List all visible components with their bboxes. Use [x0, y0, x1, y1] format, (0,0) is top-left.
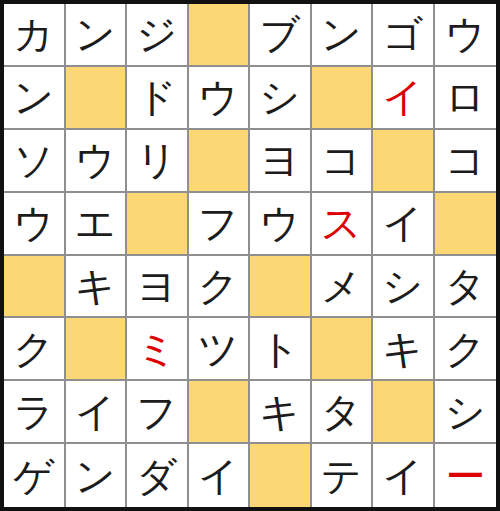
katakana-letter: ウ — [198, 77, 239, 117]
blocked-cell-r8c5 — [250, 444, 312, 507]
grid-cell-r7c2[interactable]: イ — [66, 381, 128, 444]
katakana-letter: ン — [75, 456, 116, 496]
katakana-letter: シ — [445, 392, 486, 432]
grid-cell-r1c7[interactable]: ゴ — [373, 4, 435, 67]
grid-cell-r6c4[interactable]: ツ — [189, 318, 251, 381]
katakana-letter: エ — [75, 203, 116, 243]
grid-cell-r4c4[interactable]: フ — [189, 193, 251, 256]
grid-cell-r6c7[interactable]: キ — [373, 318, 435, 381]
grid-cell-r1c2[interactable]: ン — [66, 4, 128, 67]
katakana-letter: ソ — [13, 140, 54, 180]
blocked-cell-r7c4 — [189, 381, 251, 444]
grid-cell-r2c7[interactable]: イ — [373, 67, 435, 130]
grid-cell-r5c2[interactable]: キ — [66, 256, 128, 319]
katakana-letter: ウ — [13, 203, 54, 243]
grid-cell-r1c8[interactable]: ウ — [435, 4, 497, 67]
katakana-letter: ン — [321, 14, 362, 54]
katakana-letter: ラ — [13, 392, 54, 432]
katakana-letter: ク — [445, 329, 486, 369]
grid-cell-r1c6[interactable]: ン — [312, 4, 374, 67]
grid-cell-r7c8[interactable]: シ — [435, 381, 497, 444]
blocked-cell-r6c2 — [66, 318, 128, 381]
katakana-letter: ゲ — [13, 456, 54, 496]
katakana-letter: ダ — [136, 456, 177, 496]
grid-cell-r8c3[interactable]: ダ — [127, 444, 189, 507]
katakana-letter: ゴ — [382, 14, 423, 54]
katakana-letter: シ — [259, 77, 300, 117]
katakana-letter: ク — [13, 329, 54, 369]
grid-cell-r5c4[interactable]: ク — [189, 256, 251, 319]
katakana-letter: キ — [259, 392, 300, 432]
katakana-letter: フ — [136, 392, 177, 432]
blocked-cell-r5c5 — [250, 256, 312, 319]
grid-cell-r1c5[interactable]: ブ — [250, 4, 312, 67]
grid-cell-r8c2[interactable]: ン — [66, 444, 128, 507]
grid-cell-r3c2[interactable]: ウ — [66, 130, 128, 193]
katakana-letter: リ — [136, 140, 177, 180]
grid-cell-r1c3[interactable]: ジ — [127, 4, 189, 67]
grid-cell-r4c6[interactable]: ス — [312, 193, 374, 256]
katakana-letter: ウ — [445, 14, 486, 54]
grid-cell-r4c7[interactable]: イ — [373, 193, 435, 256]
grid-cell-r2c4[interactable]: ウ — [189, 67, 251, 130]
grid-cell-r7c3[interactable]: フ — [127, 381, 189, 444]
katakana-letter: タ — [445, 266, 486, 306]
grid-cell-r7c5[interactable]: キ — [250, 381, 312, 444]
grid-cell-r6c8[interactable]: ク — [435, 318, 497, 381]
grid-cell-r2c8[interactable]: ロ — [435, 67, 497, 130]
grid-cell-r3c3[interactable]: リ — [127, 130, 189, 193]
grid-cell-r2c1[interactable]: ン — [4, 67, 66, 130]
katakana-letter: ミ — [136, 329, 177, 369]
katakana-letter: イ — [75, 392, 116, 432]
katakana-letter: イ — [382, 456, 423, 496]
katakana-letter: イ — [198, 456, 239, 496]
katakana-letter: ロ — [445, 77, 486, 117]
katakana-letter: ド — [136, 77, 177, 117]
grid-cell-r3c8[interactable]: コ — [435, 130, 497, 193]
grid-cell-r5c3[interactable]: ヨ — [127, 256, 189, 319]
katakana-letter: イ — [382, 203, 423, 243]
katakana-letter: ン — [75, 14, 116, 54]
katakana-letter: ス — [321, 203, 362, 243]
grid-cell-r6c1[interactable]: ク — [4, 318, 66, 381]
grid-cell-r8c4[interactable]: イ — [189, 444, 251, 507]
grid-cell-r2c3[interactable]: ド — [127, 67, 189, 130]
grid-cell-r3c1[interactable]: ソ — [4, 130, 66, 193]
grid-cell-r6c5[interactable]: ト — [250, 318, 312, 381]
katakana-letter: ー — [445, 456, 485, 496]
katakana-letter: ブ — [259, 14, 300, 54]
grid-cell-r5c6[interactable]: メ — [312, 256, 374, 319]
katakana-letter: イ — [382, 77, 423, 117]
grid-cell-r8c6[interactable]: テ — [312, 444, 374, 507]
katakana-letter: フ — [198, 203, 239, 243]
grid-cell-r8c7[interactable]: イ — [373, 444, 435, 507]
blocked-cell-r4c3 — [127, 193, 189, 256]
grid-cell-r3c5[interactable]: ヨ — [250, 130, 312, 193]
katakana-letter: ト — [259, 329, 300, 369]
grid-cell-r8c8[interactable]: ー — [435, 444, 497, 507]
katakana-letter: ジ — [136, 14, 177, 54]
grid-cell-r3c6[interactable]: コ — [312, 130, 374, 193]
blocked-cell-r3c7 — [373, 130, 435, 193]
katakana-letter: メ — [321, 266, 362, 306]
katakana-letter: キ — [382, 329, 423, 369]
blocked-cell-r3c4 — [189, 130, 251, 193]
grid-cell-r7c1[interactable]: ラ — [4, 381, 66, 444]
katakana-letter: ウ — [259, 203, 300, 243]
katakana-letter: キ — [75, 266, 116, 306]
katakana-letter: ク — [198, 266, 239, 306]
grid-cell-r4c5[interactable]: ウ — [250, 193, 312, 256]
blocked-cell-r6c6 — [312, 318, 374, 381]
katakana-letter: ン — [13, 77, 54, 117]
katakana-letter: シ — [382, 266, 423, 306]
katakana-letter: カ — [13, 14, 54, 54]
grid-cell-r5c7[interactable]: シ — [373, 256, 435, 319]
grid-cell-r8c1[interactable]: ゲ — [4, 444, 66, 507]
blocked-cell-r1c4 — [189, 4, 251, 67]
grid-cell-r5c8[interactable]: タ — [435, 256, 497, 319]
grid-cell-r6c3[interactable]: ミ — [127, 318, 189, 381]
blocked-cell-r2c2 — [66, 67, 128, 130]
blocked-cell-r7c7 — [373, 381, 435, 444]
grid-cell-r4c2[interactable]: エ — [66, 193, 128, 256]
grid-cell-r1c1[interactable]: カ — [4, 4, 66, 67]
katakana-letter: ヨ — [259, 140, 300, 180]
katakana-letter: テ — [321, 456, 362, 496]
katakana-letter: タ — [321, 392, 362, 432]
grid-cell-r2c5[interactable]: シ — [250, 67, 312, 130]
katakana-letter: コ — [445, 140, 486, 180]
grid-cell-r4c1[interactable]: ウ — [4, 193, 66, 256]
blocked-cell-r4c8 — [435, 193, 497, 256]
blocked-cell-r2c6 — [312, 67, 374, 130]
katakana-letter: ヨ — [136, 266, 177, 306]
crossword-board: カンジブンゴウンドウシイロソウリヨココウエフウスイキヨクメシタクミツトキクライフ… — [0, 0, 500, 511]
katakana-letter: コ — [321, 140, 362, 180]
katakana-letter: ウ — [75, 140, 116, 180]
katakana-letter: ツ — [198, 329, 239, 369]
blocked-cell-r5c1 — [4, 256, 66, 319]
grid-cell-r7c6[interactable]: タ — [312, 381, 374, 444]
